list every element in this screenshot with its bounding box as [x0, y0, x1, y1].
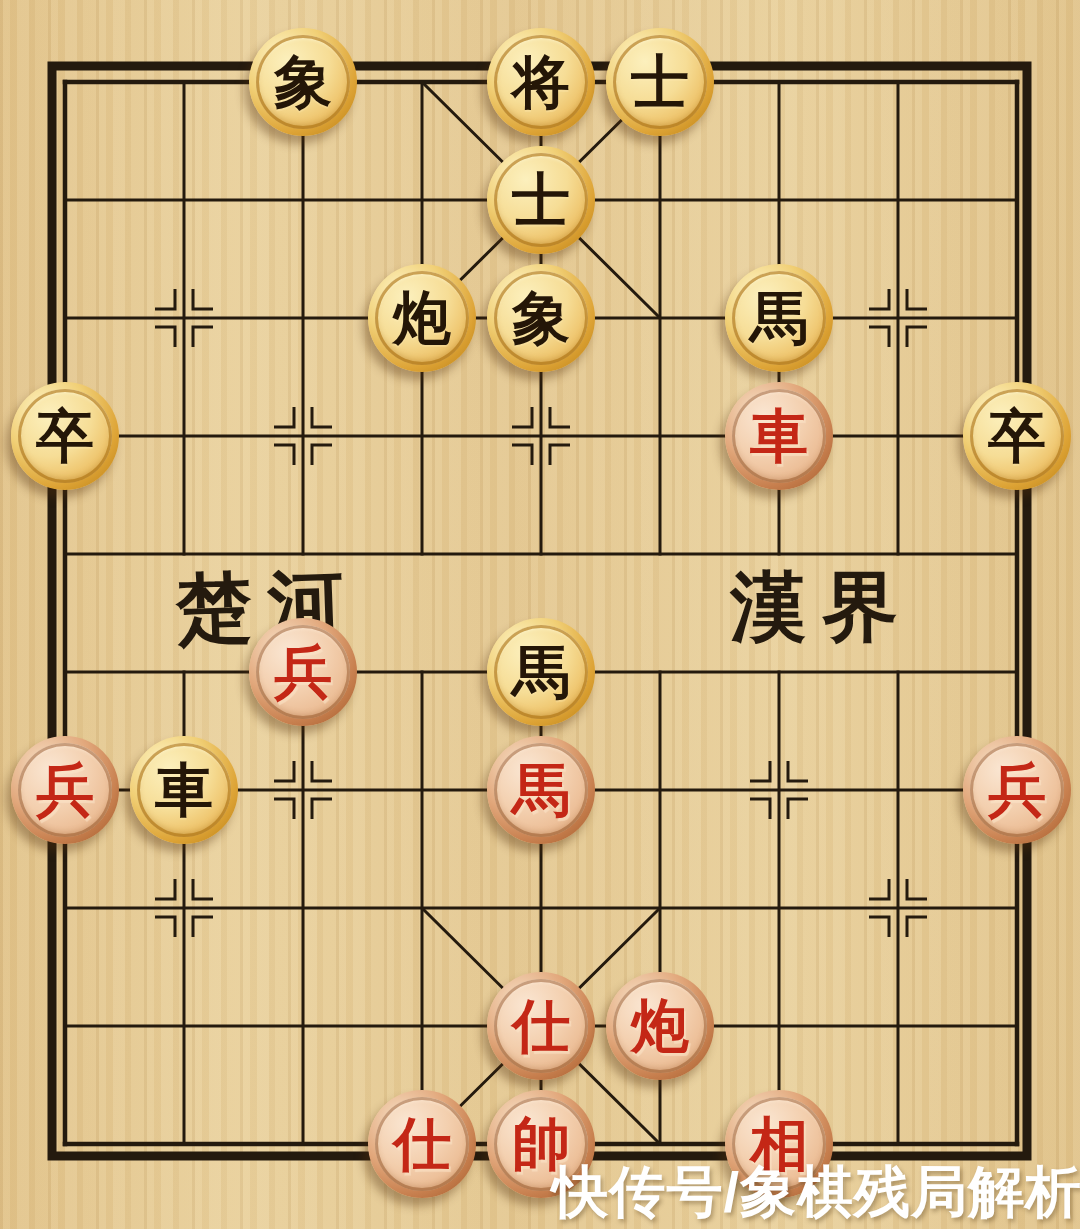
piece-black-cannon[interactable]: 炮 — [368, 264, 476, 372]
piece-red-horse[interactable]: 馬 — [487, 736, 595, 844]
piece-red-cannon[interactable]: 炮 — [606, 972, 714, 1080]
piece-black-general[interactable]: 将 — [487, 28, 595, 136]
piece-black-advisor[interactable]: 士 — [487, 146, 595, 254]
red-cannon-glyph: 炮 — [631, 997, 689, 1055]
red-chariot-glyph: 車 — [750, 407, 808, 465]
piece-red-chariot[interactable]: 車 — [725, 382, 833, 490]
piece-red-soldier[interactable]: 兵 — [963, 736, 1071, 844]
black-horse-glyph: 馬 — [750, 289, 808, 347]
piece-red-soldier[interactable]: 兵 — [249, 618, 357, 726]
black-cannon-glyph: 炮 — [393, 289, 451, 347]
piece-black-elephant[interactable]: 象 — [487, 264, 595, 372]
black-general-glyph: 将 — [512, 53, 570, 111]
red-soldier-glyph: 兵 — [36, 761, 94, 819]
piece-black-soldier[interactable]: 卒 — [11, 382, 119, 490]
black-elephant-glyph: 象 — [274, 53, 332, 111]
piece-black-horse[interactable]: 馬 — [487, 618, 595, 726]
piece-black-elephant[interactable]: 象 — [249, 28, 357, 136]
black-advisor-glyph: 士 — [631, 53, 689, 111]
piece-black-advisor[interactable]: 士 — [606, 28, 714, 136]
red-soldier-glyph: 兵 — [274, 643, 332, 701]
black-soldier-glyph: 卒 — [36, 407, 94, 465]
piece-black-chariot[interactable]: 車 — [130, 736, 238, 844]
piece-red-advisor[interactable]: 仕 — [368, 1090, 476, 1198]
black-advisor-glyph: 士 — [512, 171, 570, 229]
red-soldier-glyph: 兵 — [988, 761, 1046, 819]
red-horse-glyph: 馬 — [512, 761, 570, 819]
xiangqi-board-screenshot: 楚河 漢界 象将士士炮象馬卒車卒兵馬兵車馬兵仕炮仕帥相 快传号/象棋残局解析 — [0, 0, 1080, 1229]
black-horse-glyph: 馬 — [512, 643, 570, 701]
piece-red-advisor[interactable]: 仕 — [487, 972, 595, 1080]
red-advisor-glyph: 仕 — [512, 997, 570, 1055]
black-soldier-glyph: 卒 — [988, 407, 1046, 465]
piece-black-horse[interactable]: 馬 — [725, 264, 833, 372]
watermark-text: 快传号/象棋残局解析 — [552, 1155, 1080, 1229]
red-advisor-glyph: 仕 — [393, 1115, 451, 1173]
piece-black-soldier[interactable]: 卒 — [963, 382, 1071, 490]
black-elephant-glyph: 象 — [512, 289, 570, 347]
pieces-layer: 象将士士炮象馬卒車卒兵馬兵車馬兵仕炮仕帥相 — [0, 0, 1080, 1229]
piece-red-soldier[interactable]: 兵 — [11, 736, 119, 844]
black-chariot-glyph: 車 — [155, 761, 213, 819]
